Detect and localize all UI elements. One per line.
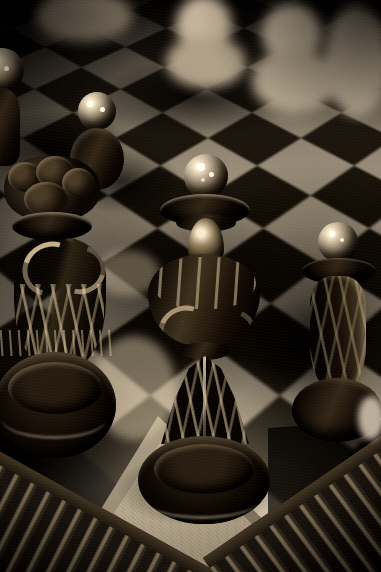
chess-photo-scene	[0, 0, 381, 572]
film-grain	[0, 0, 381, 572]
